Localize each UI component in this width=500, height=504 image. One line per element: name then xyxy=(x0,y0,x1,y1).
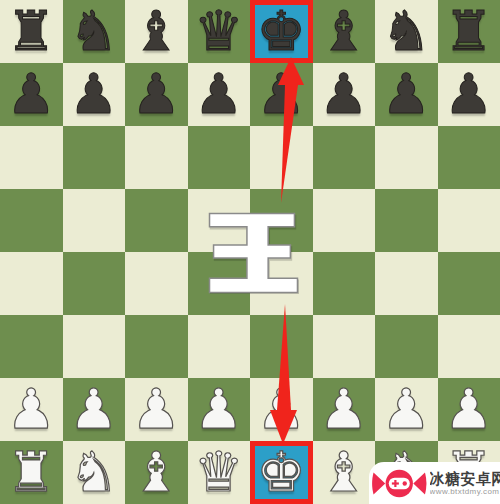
square-g7[interactable]: ♟ xyxy=(375,63,438,126)
white-pawn[interactable]: ♟ xyxy=(444,382,493,437)
square-d7[interactable]: ♟ xyxy=(188,63,251,126)
black-pawn[interactable]: ♟ xyxy=(257,67,306,122)
square-d6[interactable] xyxy=(188,126,251,189)
square-g3[interactable] xyxy=(375,315,438,378)
square-h7[interactable]: ♟ xyxy=(438,63,500,126)
black-pawn[interactable]: ♟ xyxy=(69,67,118,122)
square-g2[interactable]: ♟ xyxy=(375,378,438,441)
square-c8[interactable]: ♝ xyxy=(125,0,188,63)
black-knight[interactable]: ♞ xyxy=(69,4,118,59)
square-f7[interactable]: ♟ xyxy=(313,63,376,126)
black-pawn[interactable]: ♟ xyxy=(194,67,243,122)
square-h3[interactable] xyxy=(438,315,500,378)
square-a2[interactable]: ♟ xyxy=(0,378,63,441)
black-bishop[interactable]: ♝ xyxy=(319,4,368,59)
square-a1[interactable]: ♜ xyxy=(0,441,63,504)
white-pawn[interactable]: ♟ xyxy=(7,382,56,437)
watermark-site-name: 冰糖安卓网 xyxy=(430,470,500,487)
square-f4[interactable] xyxy=(313,252,376,315)
black-pawn[interactable]: ♟ xyxy=(132,67,181,122)
white-pawn[interactable]: ♟ xyxy=(382,382,431,437)
square-d8[interactable]: ♛ xyxy=(188,0,251,63)
square-a3[interactable] xyxy=(0,315,63,378)
square-f6[interactable] xyxy=(313,126,376,189)
square-f1[interactable]: ♝ xyxy=(313,441,376,504)
square-d2[interactable]: ♟ xyxy=(188,378,251,441)
square-a4[interactable] xyxy=(0,252,63,315)
square-h5[interactable] xyxy=(438,189,500,252)
square-c3[interactable] xyxy=(125,315,188,378)
square-e5[interactable] xyxy=(250,189,313,252)
square-e6[interactable] xyxy=(250,126,313,189)
white-pawn[interactable]: ♟ xyxy=(132,382,181,437)
watermark-url: www.btxtdmy.com xyxy=(430,487,500,497)
square-b5[interactable] xyxy=(63,189,126,252)
square-a8[interactable]: ♜ xyxy=(0,0,63,63)
square-g5[interactable] xyxy=(375,189,438,252)
black-rook[interactable]: ♜ xyxy=(7,4,56,59)
square-b2[interactable]: ♟ xyxy=(63,378,126,441)
black-bishop[interactable]: ♝ xyxy=(132,4,181,59)
square-c7[interactable]: ♟ xyxy=(125,63,188,126)
white-pawn[interactable]: ♟ xyxy=(257,382,306,437)
square-d5[interactable] xyxy=(188,189,251,252)
square-d3[interactable] xyxy=(188,315,251,378)
black-queen[interactable]: ♛ xyxy=(194,4,243,59)
square-b3[interactable] xyxy=(63,315,126,378)
white-rook[interactable]: ♜ xyxy=(7,445,56,500)
square-c5[interactable] xyxy=(125,189,188,252)
square-c1[interactable]: ♝ xyxy=(125,441,188,504)
square-h8[interactable]: ♜ xyxy=(438,0,500,63)
square-f5[interactable] xyxy=(313,189,376,252)
square-f2[interactable]: ♟ xyxy=(313,378,376,441)
square-e7[interactable]: ♟ xyxy=(250,63,313,126)
square-f8[interactable]: ♝ xyxy=(313,0,376,63)
square-b4[interactable] xyxy=(63,252,126,315)
square-g4[interactable] xyxy=(375,252,438,315)
black-pawn[interactable]: ♟ xyxy=(319,67,368,122)
square-a6[interactable] xyxy=(0,126,63,189)
square-c6[interactable] xyxy=(125,126,188,189)
square-b8[interactable]: ♞ xyxy=(63,0,126,63)
candy-gamepad-icon xyxy=(372,465,427,502)
white-bishop[interactable]: ♝ xyxy=(132,445,181,500)
square-h4[interactable] xyxy=(438,252,500,315)
square-e3[interactable] xyxy=(250,315,313,378)
white-pawn[interactable]: ♟ xyxy=(319,382,368,437)
square-b1[interactable]: ♞ xyxy=(63,441,126,504)
chess-board: ♜♞♝♛♚♝♞♜♟♟♟♟♟♟♟♟♟♟♟♟♟♟♟♟♜♞♝♛♚♝♞♜ xyxy=(0,0,500,504)
square-a5[interactable] xyxy=(0,189,63,252)
square-c2[interactable]: ♟ xyxy=(125,378,188,441)
white-knight[interactable]: ♞ xyxy=(69,445,118,500)
black-knight[interactable]: ♞ xyxy=(382,4,431,59)
white-bishop[interactable]: ♝ xyxy=(319,445,368,500)
square-e1[interactable]: ♚ xyxy=(250,441,313,504)
square-e4[interactable] xyxy=(250,252,313,315)
square-h2[interactable]: ♟ xyxy=(438,378,500,441)
white-queen[interactable]: ♛ xyxy=(194,445,243,500)
square-h6[interactable] xyxy=(438,126,500,189)
white-king[interactable]: ♚ xyxy=(257,445,306,500)
black-pawn[interactable]: ♟ xyxy=(382,67,431,122)
square-d1[interactable]: ♛ xyxy=(188,441,251,504)
black-king[interactable]: ♚ xyxy=(257,4,306,59)
square-e8[interactable]: ♚ xyxy=(250,0,313,63)
black-rook[interactable]: ♜ xyxy=(444,4,493,59)
white-pawn[interactable]: ♟ xyxy=(194,382,243,437)
square-f3[interactable] xyxy=(313,315,376,378)
square-a7[interactable]: ♟ xyxy=(0,63,63,126)
white-pawn[interactable]: ♟ xyxy=(69,382,118,437)
square-d4[interactable] xyxy=(188,252,251,315)
square-g6[interactable] xyxy=(375,126,438,189)
black-pawn[interactable]: ♟ xyxy=(444,67,493,122)
black-pawn[interactable]: ♟ xyxy=(7,67,56,122)
square-b6[interactable] xyxy=(63,126,126,189)
square-b7[interactable]: ♟ xyxy=(63,63,126,126)
square-c4[interactable] xyxy=(125,252,188,315)
site-watermark: 冰糖安卓网 www.btxtdmy.com xyxy=(369,462,500,504)
square-e2[interactable]: ♟ xyxy=(250,378,313,441)
square-g8[interactable]: ♞ xyxy=(375,0,438,63)
